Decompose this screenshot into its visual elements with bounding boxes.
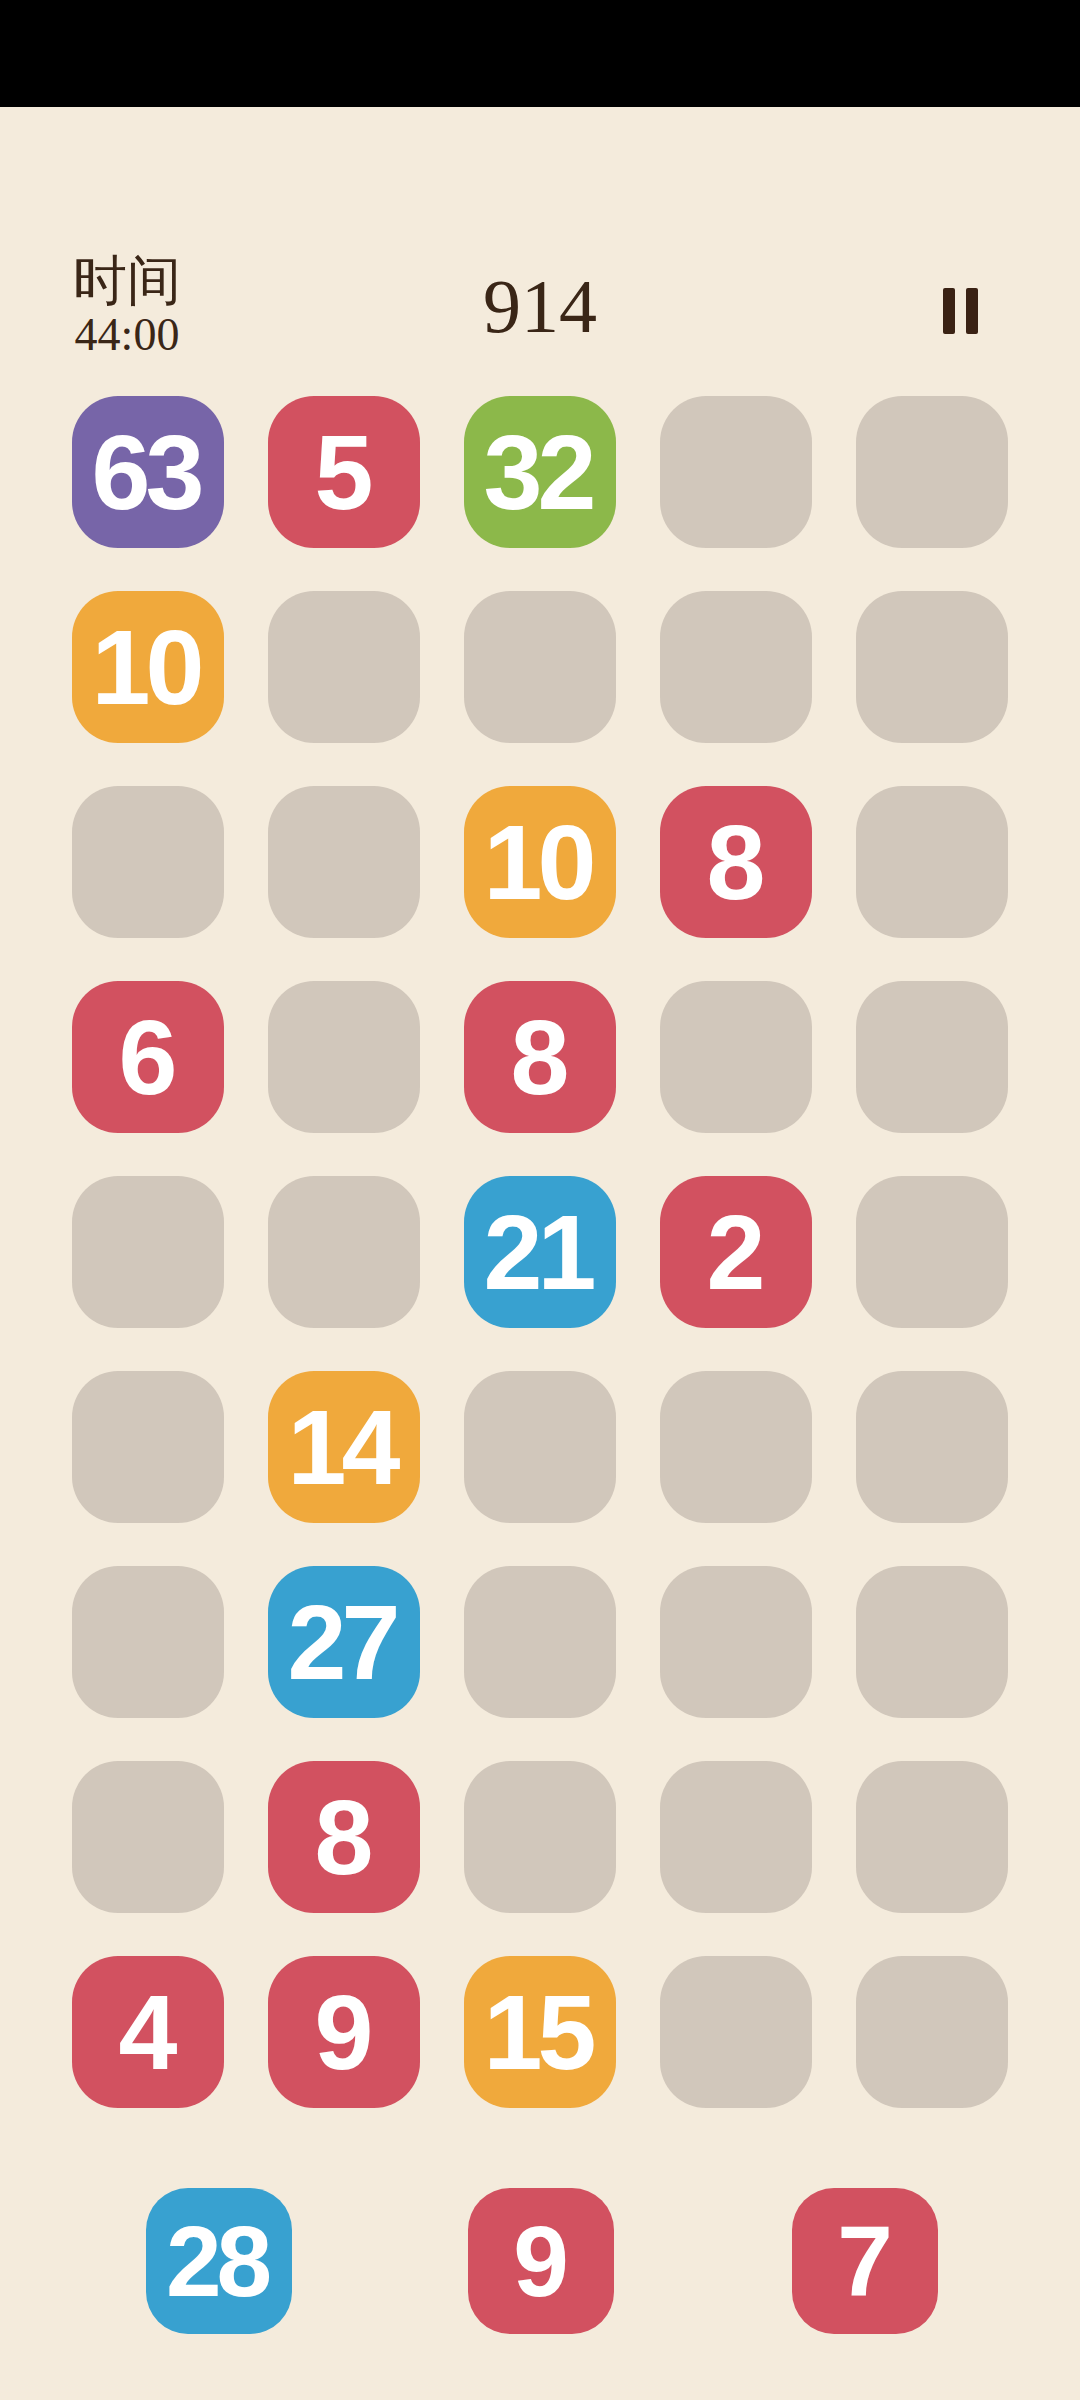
board-cell-empty-r5c1[interactable] xyxy=(72,1176,224,1328)
tile-value: 14 xyxy=(293,1394,396,1500)
pause-icon xyxy=(943,288,955,334)
board-cell-empty-r7c1[interactable] xyxy=(72,1566,224,1718)
tile-4-r9c1[interactable]: 4 xyxy=(72,1956,224,2108)
game-board: 635321010868212142784915 xyxy=(72,396,1008,2108)
tile-value: 5 xyxy=(320,419,369,525)
tile-2-r5c4[interactable]: 2 xyxy=(660,1176,812,1328)
pause-icon xyxy=(966,288,978,334)
score-value: 914 xyxy=(0,266,1080,346)
board-cell-empty-r6c5[interactable] xyxy=(856,1371,1008,1523)
tile-8-r8c2[interactable]: 8 xyxy=(268,1761,420,1913)
tile-32-r1c3[interactable]: 32 xyxy=(464,396,616,548)
status-bar xyxy=(0,0,1080,107)
tile-value: 15 xyxy=(489,1979,592,2085)
tile-value: 21 xyxy=(489,1199,592,1305)
tile-10-r3c3[interactable]: 10 xyxy=(464,786,616,938)
board-cell-empty-r9c5[interactable] xyxy=(856,1956,1008,2108)
tile-value: 7 xyxy=(842,2211,888,2311)
board-cell-empty-r2c4[interactable] xyxy=(660,591,812,743)
board-cell-empty-r2c3[interactable] xyxy=(464,591,616,743)
tile-6-r4c1[interactable]: 6 xyxy=(72,981,224,1133)
board-cell-empty-r4c5[interactable] xyxy=(856,981,1008,1133)
board-cell-empty-r8c4[interactable] xyxy=(660,1761,812,1913)
board-cell-empty-r3c5[interactable] xyxy=(856,786,1008,938)
queue-tile-28[interactable]: 28 xyxy=(146,2188,292,2334)
board-cell-empty-r1c4[interactable] xyxy=(660,396,812,548)
tile-value: 32 xyxy=(489,419,592,525)
tile-value: 8 xyxy=(516,1004,565,1110)
tile-value: 10 xyxy=(97,614,200,720)
queue-tile-9[interactable]: 9 xyxy=(468,2188,614,2334)
board-cell-empty-r6c3[interactable] xyxy=(464,1371,616,1523)
tile-value: 8 xyxy=(320,1784,369,1890)
tile-10-r2c1[interactable]: 10 xyxy=(72,591,224,743)
tile-value: 28 xyxy=(171,2211,267,2311)
tile-value: 9 xyxy=(320,1979,369,2085)
board-cell-empty-r3c2[interactable] xyxy=(268,786,420,938)
board-cell-empty-r6c4[interactable] xyxy=(660,1371,812,1523)
board-cell-empty-r7c4[interactable] xyxy=(660,1566,812,1718)
board-cell-empty-r8c1[interactable] xyxy=(72,1761,224,1913)
tile-value: 6 xyxy=(124,1004,173,1110)
tile-27-r7c2[interactable]: 27 xyxy=(268,1566,420,1718)
tile-14-r6c2[interactable]: 14 xyxy=(268,1371,420,1523)
pause-button[interactable] xyxy=(932,286,988,336)
tile-5-r1c2[interactable]: 5 xyxy=(268,396,420,548)
tile-63-r1c1[interactable]: 63 xyxy=(72,396,224,548)
tile-value: 10 xyxy=(489,809,592,915)
tile-value: 8 xyxy=(712,809,761,915)
game-header: 时间 44:00 914 xyxy=(0,252,1080,362)
tile-value: 63 xyxy=(97,419,200,525)
tile-value: 2 xyxy=(712,1199,761,1305)
tile-value: 9 xyxy=(518,2211,564,2311)
tile-value: 4 xyxy=(124,1979,173,2085)
spawn-queue: 2897 xyxy=(0,2188,1080,2336)
board-cell-empty-r7c3[interactable] xyxy=(464,1566,616,1718)
tile-15-r9c3[interactable]: 15 xyxy=(464,1956,616,2108)
tile-9-r9c2[interactable]: 9 xyxy=(268,1956,420,2108)
board-cell-empty-r2c2[interactable] xyxy=(268,591,420,743)
board-cell-empty-r5c5[interactable] xyxy=(856,1176,1008,1328)
tile-8-r4c3[interactable]: 8 xyxy=(464,981,616,1133)
board-cell-empty-r6c1[interactable] xyxy=(72,1371,224,1523)
board-cell-empty-r3c1[interactable] xyxy=(72,786,224,938)
queue-tile-7[interactable]: 7 xyxy=(792,2188,938,2334)
tile-value: 27 xyxy=(293,1589,396,1695)
board-cell-empty-r4c2[interactable] xyxy=(268,981,420,1133)
board-cell-empty-r8c5[interactable] xyxy=(856,1761,1008,1913)
tile-21-r5c3[interactable]: 21 xyxy=(464,1176,616,1328)
board-cell-empty-r2c5[interactable] xyxy=(856,591,1008,743)
board-cell-empty-r9c4[interactable] xyxy=(660,1956,812,2108)
board-cell-empty-r5c2[interactable] xyxy=(268,1176,420,1328)
board-cell-empty-r8c3[interactable] xyxy=(464,1761,616,1913)
board-cell-empty-r7c5[interactable] xyxy=(856,1566,1008,1718)
board-cell-empty-r4c4[interactable] xyxy=(660,981,812,1133)
board-cell-empty-r1c5[interactable] xyxy=(856,396,1008,548)
tile-8-r3c4[interactable]: 8 xyxy=(660,786,812,938)
